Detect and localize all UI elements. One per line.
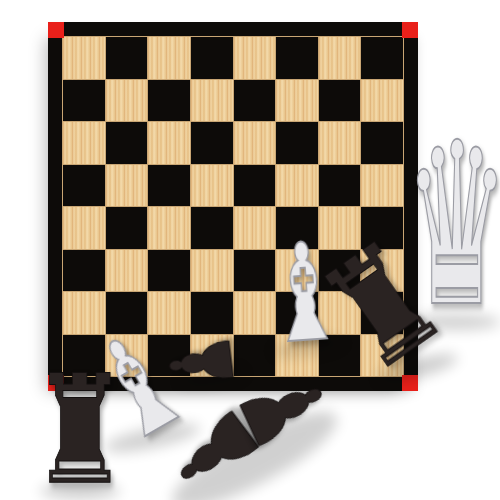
square-c8[interactable]	[148, 37, 190, 79]
square-e8[interactable]	[234, 37, 276, 79]
square-c7[interactable]	[148, 80, 190, 122]
square-h6[interactable]	[361, 122, 403, 164]
square-d7[interactable]	[191, 80, 233, 122]
square-b5[interactable]	[106, 165, 148, 207]
square-h5[interactable]	[361, 165, 403, 207]
square-b4[interactable]	[106, 207, 148, 249]
square-e6[interactable]	[234, 122, 276, 164]
square-f7[interactable]	[276, 80, 318, 122]
square-f5[interactable]	[276, 165, 318, 207]
square-c2[interactable]	[148, 292, 190, 334]
square-e7[interactable]	[234, 80, 276, 122]
square-c3[interactable]	[148, 250, 190, 292]
square-f8[interactable]	[276, 37, 318, 79]
square-a7[interactable]	[63, 80, 105, 122]
square-b7[interactable]	[106, 80, 148, 122]
square-a3[interactable]	[63, 250, 105, 292]
square-e5[interactable]	[234, 165, 276, 207]
square-a5[interactable]	[63, 165, 105, 207]
square-c6[interactable]	[148, 122, 190, 164]
square-d3[interactable]	[191, 250, 233, 292]
corner-marker-top-right	[402, 22, 418, 38]
chess-set-photo: ♛♜♝♟♟♟♝♜	[0, 0, 500, 500]
square-d4[interactable]	[191, 207, 233, 249]
square-b6[interactable]	[106, 122, 148, 164]
square-d8[interactable]	[191, 37, 233, 79]
square-h7[interactable]	[361, 80, 403, 122]
square-d6[interactable]	[191, 122, 233, 164]
bishop-glyph: ♝	[258, 223, 351, 364]
corner-marker-top-left	[48, 22, 64, 38]
square-g8[interactable]	[319, 37, 361, 79]
square-d2[interactable]	[191, 292, 233, 334]
square-b8[interactable]	[106, 37, 148, 79]
square-h8[interactable]	[361, 37, 403, 79]
square-a6[interactable]	[63, 122, 105, 164]
square-c4[interactable]	[148, 207, 190, 249]
square-a4[interactable]	[63, 207, 105, 249]
square-g5[interactable]	[319, 165, 361, 207]
square-g7[interactable]	[319, 80, 361, 122]
square-f6[interactable]	[276, 122, 318, 164]
square-a8[interactable]	[63, 37, 105, 79]
square-c5[interactable]	[148, 165, 190, 207]
square-g6[interactable]	[319, 122, 361, 164]
square-d5[interactable]	[191, 165, 233, 207]
rook-glyph: ♜	[26, 355, 134, 500]
square-b3[interactable]	[106, 250, 148, 292]
